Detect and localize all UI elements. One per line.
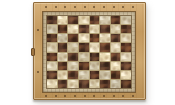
square-c7[interactable] xyxy=(68,25,78,33)
frame-dots-left xyxy=(37,29,39,73)
hinge-latch-icon xyxy=(31,48,35,56)
square-b2[interactable] xyxy=(58,71,68,79)
stone-border-panel xyxy=(42,11,136,93)
square-g2[interactable] xyxy=(111,71,121,79)
square-b7[interactable] xyxy=(58,25,68,33)
frame-dots-bottom xyxy=(45,95,134,97)
square-e2[interactable] xyxy=(90,71,100,79)
frame-pin-dot xyxy=(103,95,105,97)
square-d2[interactable] xyxy=(79,71,89,79)
square-g5[interactable] xyxy=(111,43,121,51)
frame-pin-dot xyxy=(122,6,124,8)
frame-pin-dot xyxy=(132,6,134,8)
square-d8[interactable] xyxy=(79,16,89,24)
frame-pin-dot xyxy=(37,29,39,31)
square-c5[interactable] xyxy=(68,43,78,51)
frame-pin-dot xyxy=(45,6,47,8)
square-a8[interactable] xyxy=(47,16,57,24)
frame-pin-dot xyxy=(113,95,115,97)
frame-pin-dot xyxy=(74,6,76,8)
square-h3[interactable] xyxy=(121,62,131,70)
square-e6[interactable] xyxy=(90,34,100,42)
square-a6[interactable] xyxy=(47,34,57,42)
square-h4[interactable] xyxy=(121,53,131,61)
square-h7[interactable] xyxy=(121,25,131,33)
square-b5[interactable] xyxy=(58,43,68,51)
square-f2[interactable] xyxy=(100,71,110,79)
square-c4[interactable] xyxy=(68,53,78,61)
square-g3[interactable] xyxy=(111,62,121,70)
square-b6[interactable] xyxy=(58,34,68,42)
frame-pin-dot xyxy=(74,95,76,97)
square-b8[interactable] xyxy=(58,16,68,24)
square-a5[interactable] xyxy=(47,43,57,51)
square-f6[interactable] xyxy=(100,34,110,42)
square-h5[interactable] xyxy=(121,43,131,51)
square-c2[interactable] xyxy=(68,71,78,79)
square-f4[interactable] xyxy=(100,53,110,61)
square-e5[interactable] xyxy=(90,43,100,51)
square-d7[interactable] xyxy=(79,25,89,33)
square-e3[interactable] xyxy=(90,62,100,70)
square-c6[interactable] xyxy=(68,34,78,42)
square-c3[interactable] xyxy=(68,62,78,70)
frame-pin-dot xyxy=(132,95,134,97)
frame-pin-dot xyxy=(64,6,66,8)
square-a7[interactable] xyxy=(47,25,57,33)
frame-pin-dot xyxy=(93,6,95,8)
square-d3[interactable] xyxy=(79,62,89,70)
square-e4[interactable] xyxy=(90,53,100,61)
frame-pin-dot xyxy=(45,95,47,97)
frame-pin-dot xyxy=(37,71,39,73)
square-f5[interactable] xyxy=(100,43,110,51)
square-g7[interactable] xyxy=(111,25,121,33)
square-f1[interactable] xyxy=(100,80,110,88)
frame-pin-dot xyxy=(64,95,66,97)
frame-pin-dot xyxy=(122,95,124,97)
square-c1[interactable] xyxy=(68,80,78,88)
frame-pin-dot xyxy=(103,6,105,8)
frame-pin-dot xyxy=(84,95,86,97)
square-e8[interactable] xyxy=(90,16,100,24)
square-b4[interactable] xyxy=(58,53,68,61)
product-photo xyxy=(0,0,175,105)
square-g1[interactable] xyxy=(111,80,121,88)
square-b1[interactable] xyxy=(58,80,68,88)
board-grid xyxy=(46,15,132,89)
frame-pin-dot xyxy=(113,6,115,8)
square-h2[interactable] xyxy=(121,71,131,79)
square-a3[interactable] xyxy=(47,62,57,70)
square-d5[interactable] xyxy=(79,43,89,51)
frame-pin-dot xyxy=(84,6,86,8)
square-h1[interactable] xyxy=(121,80,131,88)
square-e7[interactable] xyxy=(90,25,100,33)
frame-dots-top xyxy=(45,6,134,8)
square-b3[interactable] xyxy=(58,62,68,70)
square-a2[interactable] xyxy=(47,71,57,79)
square-g6[interactable] xyxy=(111,34,121,42)
chessboard xyxy=(33,2,146,100)
square-d1[interactable] xyxy=(79,80,89,88)
square-g4[interactable] xyxy=(111,53,121,61)
frame-pin-dot xyxy=(93,95,95,97)
square-e1[interactable] xyxy=(90,80,100,88)
square-g8[interactable] xyxy=(111,16,121,24)
square-f3[interactable] xyxy=(100,62,110,70)
square-a1[interactable] xyxy=(47,80,57,88)
frame-pin-dot xyxy=(55,6,57,8)
square-d6[interactable] xyxy=(79,34,89,42)
square-d4[interactable] xyxy=(79,53,89,61)
square-h6[interactable] xyxy=(121,34,131,42)
square-f8[interactable] xyxy=(100,16,110,24)
square-c8[interactable] xyxy=(68,16,78,24)
square-h8[interactable] xyxy=(121,16,131,24)
square-f7[interactable] xyxy=(100,25,110,33)
square-a4[interactable] xyxy=(47,53,57,61)
frame-pin-dot xyxy=(55,95,57,97)
